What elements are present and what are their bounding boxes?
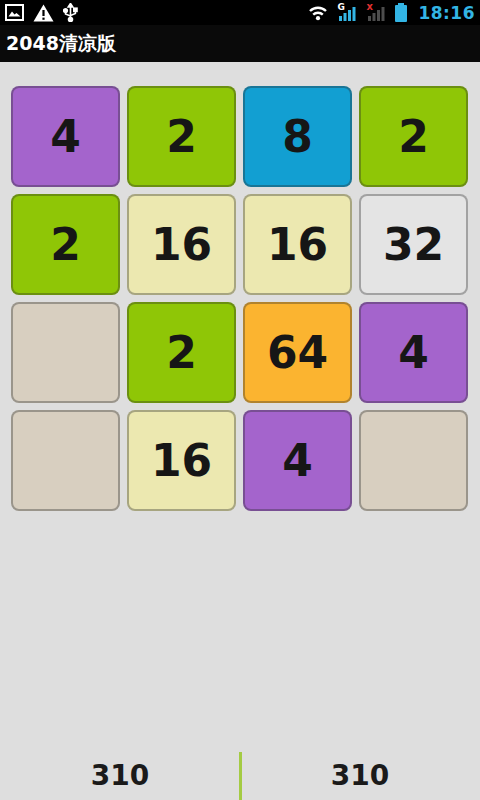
status-clock: 18:16 — [418, 3, 475, 23]
tile-4: 4 — [243, 410, 352, 511]
warning-icon — [33, 3, 54, 23]
tile-64: 64 — [243, 302, 352, 403]
wifi-icon — [308, 3, 328, 23]
empty-cell — [11, 410, 120, 511]
tile-16: 16 — [127, 194, 236, 295]
app-screen: G x 18:16 — [0, 0, 480, 800]
tile-4: 4 — [359, 302, 468, 403]
tile-2: 2 — [11, 194, 120, 295]
gallery-icon — [5, 3, 24, 23]
status-bar: G x 18:16 — [0, 0, 480, 25]
tile-4: 4 — [11, 86, 120, 187]
board[interactable]: 428221616322644164 — [11, 86, 468, 511]
score-divider — [239, 752, 242, 800]
title-bar: 2048清凉版 — [0, 25, 480, 62]
app-title: 2048清凉版 — [6, 31, 116, 57]
empty-cell — [11, 302, 120, 403]
score-row: 310 310 — [0, 750, 480, 800]
tile-2: 2 — [127, 86, 236, 187]
empty-cell — [359, 410, 468, 511]
score-current: 310 — [0, 750, 240, 800]
usb-icon — [63, 3, 78, 23]
tile-2: 2 — [127, 302, 236, 403]
tile-16: 16 — [243, 194, 352, 295]
tile-2: 2 — [359, 86, 468, 187]
tile-8: 8 — [243, 86, 352, 187]
tile-32: 32 — [359, 194, 468, 295]
tile-16: 16 — [127, 410, 236, 511]
signal-bars-nosim-icon: x — [366, 4, 386, 22]
signal-bars-icon: G — [337, 4, 357, 22]
score-best: 310 — [240, 750, 480, 800]
battery-icon — [395, 5, 407, 22]
